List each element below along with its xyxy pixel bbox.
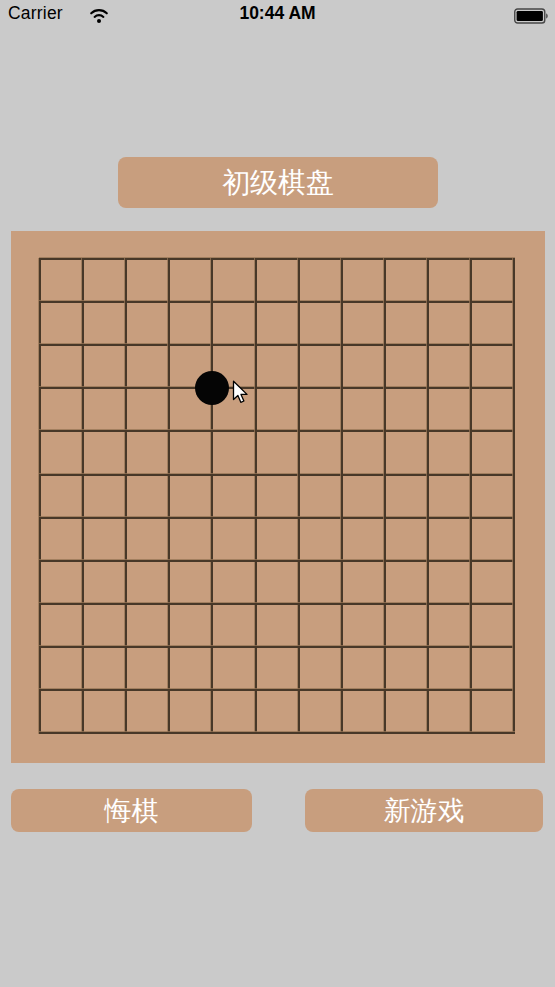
grid-line	[384, 258, 386, 734]
grid-line	[39, 258, 515, 260]
grid-line	[39, 732, 515, 734]
black-stone	[195, 371, 229, 405]
grid-line	[513, 258, 515, 734]
grid-line	[39, 474, 515, 476]
grid-line	[211, 258, 213, 734]
grid-line	[39, 560, 515, 562]
board-level-button[interactable]: 初级棋盘	[118, 157, 438, 208]
undo-button[interactable]: 悔棋	[11, 789, 252, 832]
new-game-button[interactable]: 新游戏	[305, 789, 543, 832]
grid-line	[82, 258, 84, 734]
grid-line	[39, 387, 515, 389]
grid-line	[39, 430, 515, 432]
grid-line	[125, 258, 127, 734]
status-bar: Carrier 10:44 AM	[0, 0, 555, 32]
grid-line	[39, 344, 515, 346]
grid-line	[39, 689, 515, 691]
grid-line	[470, 258, 472, 734]
grid-line	[427, 258, 429, 734]
grid-line	[39, 646, 515, 648]
new-game-button-label: 新游戏	[384, 793, 465, 829]
grid-line	[298, 258, 300, 734]
battery-icon	[514, 8, 548, 28]
board-level-label: 初级棋盘	[222, 164, 334, 202]
undo-button-label: 悔棋	[105, 793, 159, 829]
clock: 10:44 AM	[0, 3, 555, 24]
grid-line	[39, 301, 515, 303]
app-screen: Carrier 10:44 AM 初级棋盘 悔棋	[0, 0, 555, 987]
grid-line	[39, 258, 41, 734]
grid-line	[39, 517, 515, 519]
grid-line	[39, 603, 515, 605]
grid-line	[255, 258, 257, 734]
grid-line	[168, 258, 170, 734]
board[interactable]	[11, 231, 545, 763]
grid-line	[341, 258, 343, 734]
